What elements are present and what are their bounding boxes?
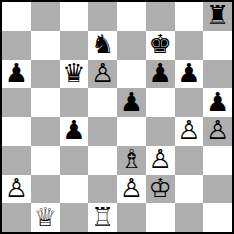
square-a3[interactable] (2, 146, 31, 175)
square-e8[interactable] (117, 2, 146, 31)
square-b7[interactable] (31, 31, 60, 60)
piece-black-queen[interactable]: ♛ (62, 60, 85, 86)
square-f4[interactable] (146, 117, 175, 146)
piece-black-pawn[interactable]: ♟ (206, 89, 229, 115)
square-h4[interactable]: ♙ (203, 117, 232, 146)
square-e5[interactable]: ♟ (117, 88, 146, 117)
square-e2[interactable]: ♙ (117, 175, 146, 204)
square-d4[interactable] (88, 117, 117, 146)
square-b3[interactable] (31, 146, 60, 175)
square-g8[interactable] (175, 2, 204, 31)
square-e4[interactable] (117, 117, 146, 146)
square-g3[interactable] (175, 146, 204, 175)
square-b6[interactable] (31, 60, 60, 89)
square-e1[interactable] (117, 203, 146, 232)
piece-white-pawn[interactable]: ♙ (91, 60, 114, 86)
square-c6[interactable]: ♛ (60, 60, 89, 89)
square-b4[interactable] (31, 117, 60, 146)
square-a6[interactable]: ♟ (2, 60, 31, 89)
square-f7[interactable]: ♚ (146, 31, 175, 60)
square-f1[interactable] (146, 203, 175, 232)
piece-black-king[interactable]: ♚ (148, 31, 171, 57)
square-h6[interactable] (203, 60, 232, 89)
piece-white-pawn[interactable]: ♙ (120, 175, 143, 201)
piece-white-queen[interactable]: ♕ (33, 204, 56, 230)
square-h2[interactable] (203, 175, 232, 204)
square-e7[interactable] (117, 31, 146, 60)
piece-white-pawn[interactable]: ♙ (206, 117, 229, 143)
piece-white-pawn[interactable]: ♙ (148, 146, 171, 172)
piece-black-pawn[interactable]: ♟ (120, 89, 143, 115)
square-b2[interactable] (31, 175, 60, 204)
square-b8[interactable] (31, 2, 60, 31)
piece-white-rook[interactable]: ♖ (91, 204, 114, 230)
square-c2[interactable] (60, 175, 89, 204)
square-c5[interactable] (60, 88, 89, 117)
square-d2[interactable] (88, 175, 117, 204)
square-h5[interactable]: ♟ (203, 88, 232, 117)
square-h1[interactable] (203, 203, 232, 232)
piece-black-pawn[interactable]: ♟ (177, 60, 200, 86)
square-c3[interactable] (60, 146, 89, 175)
square-d3[interactable] (88, 146, 117, 175)
square-c8[interactable] (60, 2, 89, 31)
square-g2[interactable] (175, 175, 204, 204)
square-g4[interactable]: ♙ (175, 117, 204, 146)
square-h7[interactable] (203, 31, 232, 60)
piece-black-knight[interactable]: ♞ (91, 31, 114, 57)
square-f5[interactable] (146, 88, 175, 117)
square-a7[interactable] (2, 31, 31, 60)
square-f8[interactable] (146, 2, 175, 31)
piece-white-pawn[interactable]: ♙ (5, 175, 28, 201)
piece-black-pawn[interactable]: ♟ (62, 117, 85, 143)
piece-white-king[interactable]: ♔ (148, 175, 171, 201)
square-h8[interactable]: ♜ (203, 2, 232, 31)
square-b1[interactable]: ♕ (31, 203, 60, 232)
square-g1[interactable] (175, 203, 204, 232)
piece-black-rook[interactable]: ♜ (206, 2, 229, 28)
square-c7[interactable] (60, 31, 89, 60)
square-d5[interactable] (88, 88, 117, 117)
square-g6[interactable]: ♟ (175, 60, 204, 89)
square-d6[interactable]: ♙ (88, 60, 117, 89)
piece-white-pawn[interactable]: ♙ (177, 117, 200, 143)
square-f6[interactable]: ♟ (146, 60, 175, 89)
square-e6[interactable] (117, 60, 146, 89)
square-d1[interactable]: ♖ (88, 203, 117, 232)
square-a4[interactable] (2, 117, 31, 146)
piece-white-bishop[interactable]: ♗ (120, 146, 143, 172)
piece-black-pawn[interactable]: ♟ (148, 60, 171, 86)
chess-board: ♜♞♚♟♛♙♟♟♟♟♟♙♙♗♙♙♙♔♕♖ (2, 2, 232, 232)
square-h3[interactable] (203, 146, 232, 175)
square-a8[interactable] (2, 2, 31, 31)
square-a1[interactable] (2, 203, 31, 232)
square-d7[interactable]: ♞ (88, 31, 117, 60)
square-f3[interactable]: ♙ (146, 146, 175, 175)
square-g5[interactable] (175, 88, 204, 117)
square-c1[interactable] (60, 203, 89, 232)
chess-diagram: ♜♞♚♟♛♙♟♟♟♟♟♙♙♗♙♙♙♔♕♖ (0, 0, 234, 234)
square-c4[interactable]: ♟ (60, 117, 89, 146)
square-d8[interactable] (88, 2, 117, 31)
square-g7[interactable] (175, 31, 204, 60)
square-e3[interactable]: ♗ (117, 146, 146, 175)
square-f2[interactable]: ♔ (146, 175, 175, 204)
square-b5[interactable] (31, 88, 60, 117)
square-a5[interactable] (2, 88, 31, 117)
square-a2[interactable]: ♙ (2, 175, 31, 204)
piece-black-pawn[interactable]: ♟ (5, 60, 28, 86)
